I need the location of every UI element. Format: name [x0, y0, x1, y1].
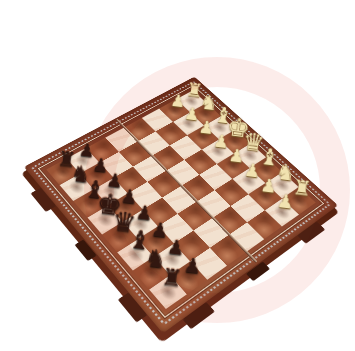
piece-shadow — [79, 194, 102, 213]
product-photo-scene: ♜♞♝♛♚♝♞♜♟♟♟♟♟♟♟♟♟♟♟♟♟♟♟♟♜♞♝♛♚♝♞♜ — [0, 0, 355, 351]
piece-shadow — [181, 94, 201, 109]
piece-shadow — [165, 103, 185, 118]
piece-shadow — [210, 120, 231, 136]
piece-shadow — [144, 231, 168, 252]
chess-board: ♜♞♝♛♚♝♞♜♟♟♟♟♟♟♟♟♟♟♟♟♟♟♟♟♜♞♝♛♚♝♞♜ — [24, 77, 338, 334]
piece-shadow — [239, 147, 260, 164]
piece-shadow — [195, 107, 215, 122]
piece-shadow — [66, 178, 88, 197]
piece-shadow — [271, 176, 293, 194]
piece-shadow — [288, 191, 310, 210]
piece-shadow — [72, 152, 94, 169]
playfield: ♜♞♝♛♚♝♞♜♟♟♟♟♟♟♟♟♟♟♟♟♟♟♟♟♜♞♝♛♚♝♞♜ — [46, 90, 316, 309]
piece-shadow — [94, 210, 117, 230]
piece-shadow — [255, 161, 277, 178]
piece-shadow — [139, 262, 163, 284]
piece-shadow — [129, 214, 152, 234]
piece-shadow — [114, 198, 137, 217]
piece-shadow — [108, 227, 132, 248]
